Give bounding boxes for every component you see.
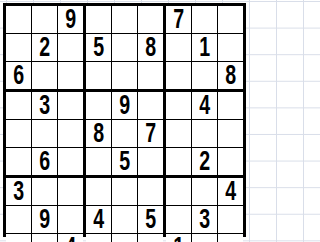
cell-r5c6[interactable]: 7 xyxy=(138,120,163,147)
cell-r8c3[interactable] xyxy=(58,206,83,233)
box-0-2: 718 xyxy=(166,6,243,89)
given-digit: 5 xyxy=(93,34,104,61)
cell-r4c4[interactable] xyxy=(86,92,111,119)
cell-r5c3[interactable] xyxy=(58,120,83,147)
cell-r6c9[interactable] xyxy=(218,148,243,175)
cell-r1c3[interactable]: 9 xyxy=(58,6,83,33)
cell-r1c1[interactable] xyxy=(6,6,31,33)
cell-r8c2[interactable]: 9 xyxy=(32,206,57,233)
cell-r8c5[interactable] xyxy=(112,206,137,233)
cell-r9c6[interactable] xyxy=(138,234,163,242)
box-0-1: 58 xyxy=(86,6,163,89)
cell-r7c4[interactable] xyxy=(86,178,111,205)
cell-r3c3[interactable] xyxy=(58,62,83,89)
cell-r5c4[interactable]: 8 xyxy=(86,120,111,147)
cell-r9c4[interactable] xyxy=(86,234,111,242)
cell-r1c4[interactable] xyxy=(86,6,111,33)
cell-r7c5[interactable] xyxy=(112,178,137,205)
cell-r3c2[interactable] xyxy=(32,62,57,89)
cell-r3c6[interactable] xyxy=(138,62,163,89)
given-digit: 2 xyxy=(39,34,50,61)
cell-r5c8[interactable] xyxy=(192,120,217,147)
given-digit: 9 xyxy=(39,206,50,233)
cell-r5c9[interactable] xyxy=(218,120,243,147)
given-digit: 6 xyxy=(39,148,50,175)
cell-r3c5[interactable] xyxy=(112,62,137,89)
cell-r1c7[interactable]: 7 xyxy=(166,6,191,33)
cell-r1c9[interactable] xyxy=(218,6,243,33)
box-1-0: 36 xyxy=(6,92,83,175)
cell-r9c7[interactable]: 1 xyxy=(166,234,191,242)
cell-r2c9[interactable] xyxy=(218,34,243,61)
given-digit: 8 xyxy=(225,62,236,89)
given-digit: 6 xyxy=(13,62,24,89)
given-digit: 1 xyxy=(199,34,210,61)
cell-r6c1[interactable] xyxy=(6,148,31,175)
box-0-0: 926 xyxy=(6,6,83,89)
cell-r8c9[interactable] xyxy=(218,206,243,233)
cell-r8c7[interactable] xyxy=(166,206,191,233)
cell-r8c1[interactable] xyxy=(6,206,31,233)
cell-r7c2[interactable] xyxy=(32,178,57,205)
given-digit: 3 xyxy=(39,92,50,119)
cell-r2c7[interactable] xyxy=(166,34,191,61)
cell-r7c9[interactable]: 4 xyxy=(218,178,243,205)
box-2-0: 394 xyxy=(6,178,83,242)
box-2-1: 45 xyxy=(86,178,163,242)
cell-r7c8[interactable] xyxy=(192,178,217,205)
cell-r1c6[interactable] xyxy=(138,6,163,33)
cell-r5c2[interactable] xyxy=(32,120,57,147)
cell-r9c2[interactable] xyxy=(32,234,57,242)
given-digit: 3 xyxy=(13,178,24,205)
given-digit: 8 xyxy=(145,34,156,61)
cell-r3c9[interactable]: 8 xyxy=(218,62,243,89)
cell-r4c8[interactable]: 4 xyxy=(192,92,217,119)
cell-r9c8[interactable] xyxy=(192,234,217,242)
cell-r3c7[interactable] xyxy=(166,62,191,89)
cell-r4c9[interactable] xyxy=(218,92,243,119)
given-digit: 4 xyxy=(65,234,76,242)
given-digit: 3 xyxy=(199,206,210,233)
cell-r6c8[interactable]: 2 xyxy=(192,148,217,175)
given-digit: 5 xyxy=(145,206,156,233)
box-2-2: 431 xyxy=(166,178,243,242)
given-digit: 1 xyxy=(173,234,184,242)
cell-r6c5[interactable]: 5 xyxy=(112,148,137,175)
cell-r8c4[interactable]: 4 xyxy=(86,206,111,233)
cell-r7c6[interactable] xyxy=(138,178,163,205)
cell-r3c1[interactable]: 6 xyxy=(6,62,31,89)
cell-r3c8[interactable] xyxy=(192,62,217,89)
cell-r1c8[interactable] xyxy=(192,6,217,33)
cell-r4c1[interactable] xyxy=(6,92,31,119)
cell-r6c3[interactable] xyxy=(58,148,83,175)
given-digit: 5 xyxy=(119,148,130,175)
cell-r9c1[interactable] xyxy=(6,234,31,242)
cell-r2c8[interactable]: 1 xyxy=(192,34,217,61)
cell-r4c3[interactable] xyxy=(58,92,83,119)
given-digit: 4 xyxy=(93,206,104,233)
cell-r1c2[interactable] xyxy=(32,6,57,33)
given-digit: 7 xyxy=(173,6,184,33)
sudoku-board: 926587183698754239445431 xyxy=(3,3,246,237)
cell-r2c6[interactable]: 8 xyxy=(138,34,163,61)
cell-r3c4[interactable] xyxy=(86,62,111,89)
given-digit: 7 xyxy=(145,120,156,147)
cell-r9c5[interactable] xyxy=(112,234,137,242)
cell-r2c1[interactable] xyxy=(6,34,31,61)
cell-r8c6[interactable]: 5 xyxy=(138,206,163,233)
cell-r5c7[interactable] xyxy=(166,120,191,147)
given-digit: 8 xyxy=(93,120,104,147)
given-digit: 4 xyxy=(199,92,210,119)
given-digit: 2 xyxy=(199,148,210,175)
cell-r8c8[interactable]: 3 xyxy=(192,206,217,233)
box-1-2: 42 xyxy=(166,92,243,175)
cell-r2c2[interactable]: 2 xyxy=(32,34,57,61)
cell-r6c2[interactable]: 6 xyxy=(32,148,57,175)
cell-r1c5[interactable] xyxy=(112,6,137,33)
given-digit: 9 xyxy=(119,92,130,119)
cell-r2c3[interactable] xyxy=(58,34,83,61)
cell-r4c5[interactable]: 9 xyxy=(112,92,137,119)
given-digit: 4 xyxy=(225,178,236,205)
box-1-1: 9875 xyxy=(86,92,163,175)
cell-r4c6[interactable] xyxy=(138,92,163,119)
cell-r2c5[interactable] xyxy=(112,34,137,61)
cell-r5c5[interactable] xyxy=(112,120,137,147)
cell-r7c7[interactable] xyxy=(166,178,191,205)
given-digit: 9 xyxy=(65,6,76,33)
cell-r9c3[interactable]: 4 xyxy=(58,234,83,242)
cell-r4c2[interactable]: 3 xyxy=(32,92,57,119)
cell-r4c7[interactable] xyxy=(166,92,191,119)
cell-r6c4[interactable] xyxy=(86,148,111,175)
cell-r9c9[interactable] xyxy=(218,234,243,242)
cell-r6c7[interactable] xyxy=(166,148,191,175)
cell-r7c1[interactable]: 3 xyxy=(6,178,31,205)
cell-r6c6[interactable] xyxy=(138,148,163,175)
cell-r7c3[interactable] xyxy=(58,178,83,205)
cell-r5c1[interactable] xyxy=(6,120,31,147)
cell-r2c4[interactable]: 5 xyxy=(86,34,111,61)
